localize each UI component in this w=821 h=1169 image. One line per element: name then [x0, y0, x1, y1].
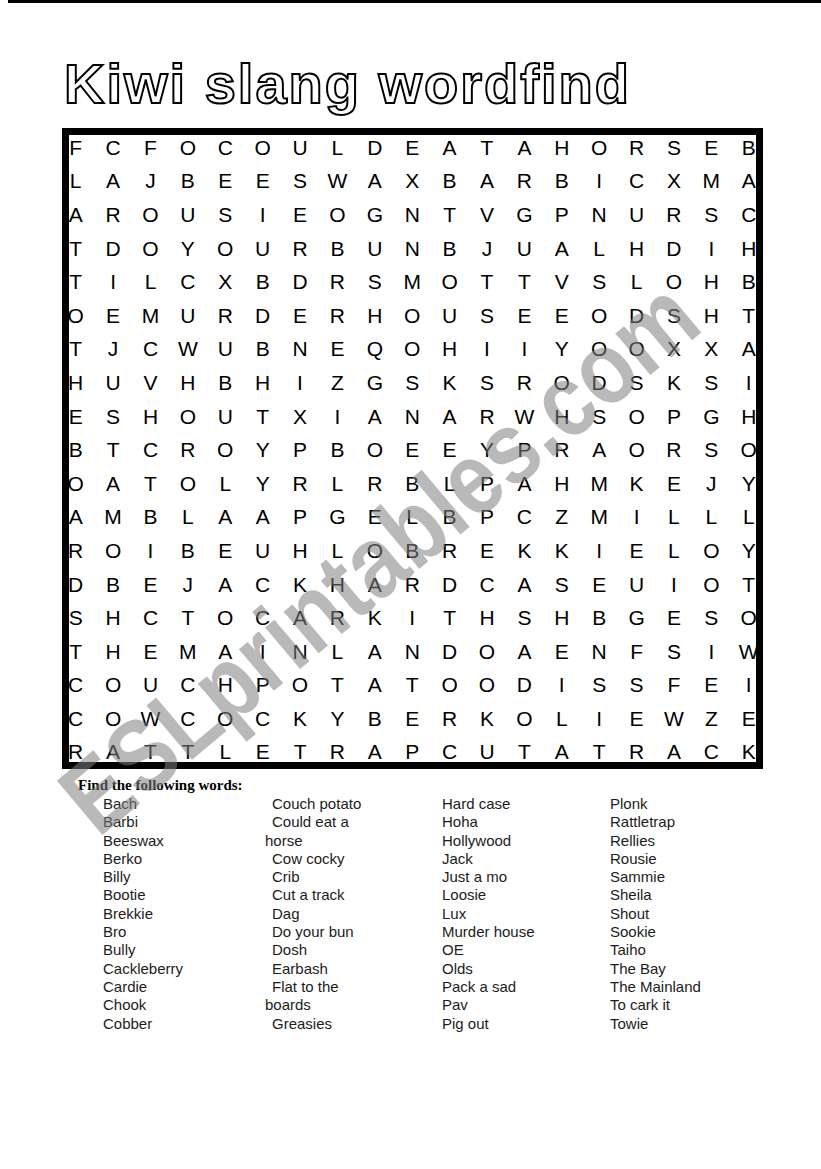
word-item: Pig out [442, 1015, 535, 1033]
grid-cell-r14c7: K [281, 568, 318, 602]
grid-cell-r11c17: E [655, 467, 692, 501]
grid-cell-r16c15: N [580, 635, 617, 669]
grid-cell-r3c7: E [281, 198, 318, 232]
grid-cell-r5c5: X [207, 265, 244, 299]
grid-cell-r2c8: W [319, 165, 356, 199]
grid-cell-r16c3: E [132, 635, 169, 669]
grid-cell-r7c6: B [244, 333, 281, 367]
word-item: Couch potato [265, 795, 361, 813]
grid-cell-r11c19: Y [730, 467, 767, 501]
grid-cell-r14c18: O [693, 568, 730, 602]
grid-cell-r6c4: U [169, 299, 206, 333]
worksheet-page: Kiwi slang wordfind FCFOCOULDEATAHORSEBL… [0, 0, 821, 1169]
grid-cell-r13c4: B [169, 534, 206, 568]
grid-cell-r13c5: E [207, 534, 244, 568]
word-item: Barbi [103, 813, 183, 831]
grid-cell-r8c16: S [618, 366, 655, 400]
grid-cell-r8c13: R [506, 366, 543, 400]
grid-cell-r9c18: G [693, 400, 730, 434]
grid-cell-r5c8: R [319, 265, 356, 299]
grid-cell-r17c2: O [94, 669, 131, 703]
grid-cell-r18c2: O [94, 702, 131, 736]
grid-cell-r9c12: R [468, 400, 505, 434]
grid-cell-r17c16: S [618, 669, 655, 703]
grid-cell-r16c6: I [244, 635, 281, 669]
grid-cell-r8c1: H [57, 366, 94, 400]
grid-cell-r4c2: D [94, 232, 131, 266]
grid-cell-r4c1: T [57, 232, 94, 266]
grid-cell-r11c7: R [281, 467, 318, 501]
grid-cell-r10c12: Y [468, 433, 505, 467]
grid-cell-r17c18: E [693, 669, 730, 703]
grid-cell-r3c6: I [244, 198, 281, 232]
page-title: Kiwi slang wordfind [64, 56, 631, 112]
grid-cell-r5c12: T [468, 265, 505, 299]
grid-cell-r12c12: P [468, 501, 505, 535]
grid-cell-r17c15: S [580, 669, 617, 703]
word-item: Crib [265, 868, 361, 886]
grid-cell-r12c1: A [57, 501, 94, 535]
grid-cell-r17c3: U [132, 669, 169, 703]
grid-cell-r15c13: S [506, 601, 543, 635]
grid-cell-r1c7: U [281, 131, 318, 165]
grid-cell-r5c7: D [281, 265, 318, 299]
grid-cell-r4c14: A [543, 232, 580, 266]
grid-cell-r18c10: E [394, 702, 431, 736]
word-item: Brekkie [103, 905, 183, 923]
grid-cell-r10c8: B [319, 433, 356, 467]
grid-cell-r4c9: U [356, 232, 393, 266]
grid-cell-r13c16: E [618, 534, 655, 568]
grid-cell-r1c17: S [655, 131, 692, 165]
grid-cell-r9c15: S [580, 400, 617, 434]
grid-cell-r7c2: J [94, 333, 131, 367]
grid-cell-r1c1: F [57, 131, 94, 165]
grid-cell-r13c18: O [693, 534, 730, 568]
grid-cell-r3c16: U [618, 198, 655, 232]
grid-cell-r16c18: I [693, 635, 730, 669]
word-item: Bro [103, 923, 183, 941]
grid-cell-r19c16: R [618, 736, 655, 770]
grid-cell-r14c4: J [169, 568, 206, 602]
grid-cell-r12c3: B [132, 501, 169, 535]
word-item: Rousie [610, 850, 701, 868]
grid-cell-r16c5: A [207, 635, 244, 669]
grid-cell-r6c5: R [207, 299, 244, 333]
grid-cell-r15c11: T [431, 601, 468, 635]
grid-cell-r12c19: L [730, 501, 767, 535]
word-item: Dag [265, 905, 361, 923]
grid-cell-r12c9: E [356, 501, 393, 535]
grid-cell-r17c9: A [356, 669, 393, 703]
grid-cell-r11c6: Y [244, 467, 281, 501]
grid-cell-r7c1: T [57, 333, 94, 367]
grid-cell-r5c15: S [580, 265, 617, 299]
grid-cell-r4c12: J [468, 232, 505, 266]
grid-cell-r2c17: X [655, 165, 692, 199]
grid-cell-r12c4: L [169, 501, 206, 535]
grid-cell-r7c14: Y [543, 333, 580, 367]
grid-cell-r2c10: X [394, 165, 431, 199]
grid-cell-r15c8: R [319, 601, 356, 635]
grid-cell-r5c17: O [655, 265, 692, 299]
grid-cell-r14c19: T [730, 568, 767, 602]
grid-cell-r12c11: B [431, 501, 468, 535]
grid-cell-r13c1: R [57, 534, 94, 568]
word-column-3: Hard caseHohaHollywoodJackJust a moLoosi… [442, 795, 535, 1033]
grid-cell-r11c15: M [580, 467, 617, 501]
grid-cell-r4c16: H [618, 232, 655, 266]
grid-cell-r13c9: O [356, 534, 393, 568]
grid-cell-r8c9: G [356, 366, 393, 400]
word-item-continuation: horse [265, 832, 361, 850]
grid-cell-r11c2: A [94, 467, 131, 501]
grid-cell-r3c5: S [207, 198, 244, 232]
word-item: Bach [103, 795, 183, 813]
grid-cell-r18c13: O [506, 702, 543, 736]
grid-cell-r19c8: R [319, 736, 356, 770]
grid-cell-r4c11: B [431, 232, 468, 266]
word-item: Greasies [265, 1015, 361, 1033]
grid-cell-r16c7: N [281, 635, 318, 669]
grid-cell-r19c3: T [132, 736, 169, 770]
grid-cell-r8c11: K [431, 366, 468, 400]
grid-cell-r3c3: O [132, 198, 169, 232]
grid-cell-r2c12: A [468, 165, 505, 199]
grid-cell-r9c3: H [132, 400, 169, 434]
grid-cell-r6c12: S [468, 299, 505, 333]
grid-cell-r3c2: R [94, 198, 131, 232]
grid-cell-r13c6: U [244, 534, 281, 568]
grid-cell-r15c1: S [57, 601, 94, 635]
word-item: Just a mo [442, 868, 535, 886]
grid-cell-r2c1: L [57, 165, 94, 199]
word-item: Berko [103, 850, 183, 868]
grid-cell-r8c17: K [655, 366, 692, 400]
page-top-rule [8, 0, 821, 3]
grid-cell-r8c18: S [693, 366, 730, 400]
grid-cell-r3c4: U [169, 198, 206, 232]
word-item: Pav [442, 996, 535, 1014]
grid-cell-r10c7: P [281, 433, 318, 467]
grid-cell-r15c14: H [543, 601, 580, 635]
grid-cell-r16c19: W [730, 635, 767, 669]
grid-cell-r18c14: L [543, 702, 580, 736]
grid-cell-r6c2: E [94, 299, 131, 333]
grid-cell-r9c2: S [94, 400, 131, 434]
grid-cell-r10c19: O [730, 433, 767, 467]
word-item: Pack a sad [442, 978, 535, 996]
grid-cell-r14c6: C [244, 568, 281, 602]
word-item: Sookie [610, 923, 701, 941]
word-item: Cow cocky [265, 850, 361, 868]
grid-cell-r13c12: E [468, 534, 505, 568]
grid-cell-r19c18: C [693, 736, 730, 770]
grid-cell-r9c11: A [431, 400, 468, 434]
word-item: Cardie [103, 978, 183, 996]
grid-cell-r7c9: Q [356, 333, 393, 367]
grid-cell-r4c3: O [132, 232, 169, 266]
grid-cell-r5c10: M [394, 265, 431, 299]
word-item: Olds [442, 960, 535, 978]
word-item: OE [442, 941, 535, 959]
grid-cell-r8c19: I [730, 366, 767, 400]
grid-cell-r14c5: A [207, 568, 244, 602]
grid-cell-r1c4: O [169, 131, 206, 165]
word-item: Cobber [103, 1015, 183, 1033]
word-item: Bully [103, 941, 183, 959]
grid-cell-r2c6: E [244, 165, 281, 199]
word-item: Bootie [103, 886, 183, 904]
grid-cell-r6c15: O [580, 299, 617, 333]
grid-cell-r6c8: R [319, 299, 356, 333]
grid-cell-r5c11: O [431, 265, 468, 299]
grid-cell-r19c17: A [655, 736, 692, 770]
grid-cell-r17c19: I [730, 669, 767, 703]
grid-cell-r11c8: L [319, 467, 356, 501]
grid-cell-r4c4: Y [169, 232, 206, 266]
grid-cell-r13c7: H [281, 534, 318, 568]
grid-cell-r9c17: P [655, 400, 692, 434]
grid-cell-r2c4: B [169, 165, 206, 199]
grid-cell-r15c16: G [618, 601, 655, 635]
grid-cell-r8c5: B [207, 366, 244, 400]
grid-cell-r5c9: S [356, 265, 393, 299]
grid-cell-r3c1: A [57, 198, 94, 232]
grid-cell-r17c14: I [543, 669, 580, 703]
grid-cell-r13c17: L [655, 534, 692, 568]
word-column-1: BachBarbiBeeswaxBerkoBillyBootieBrekkieB… [103, 795, 183, 1033]
grid-cell-r9c5: U [207, 400, 244, 434]
grid-cell-r11c5: L [207, 467, 244, 501]
grid-cell-r18c16: E [618, 702, 655, 736]
word-item: Dosh [265, 941, 361, 959]
grid-cell-r14c15: E [580, 568, 617, 602]
grid-cell-r17c17: F [655, 669, 692, 703]
grid-cell-r1c5: C [207, 131, 244, 165]
word-item: Cut a track [265, 886, 361, 904]
grid-cell-r9c9: A [356, 400, 393, 434]
word-item: Cackleberry [103, 960, 183, 978]
grid-cell-r7c5: U [207, 333, 244, 367]
grid-cell-r3c18: S [693, 198, 730, 232]
grid-cell-r16c13: A [506, 635, 543, 669]
grid-cell-r18c11: R [431, 702, 468, 736]
grid-cell-r19c7: T [281, 736, 318, 770]
grid-cell-r6c18: H [693, 299, 730, 333]
grid-cell-r19c10: P [394, 736, 431, 770]
grid-cell-r1c3: F [132, 131, 169, 165]
grid-cell-r16c9: A [356, 635, 393, 669]
grid-cell-r12c14: Z [543, 501, 580, 535]
grid-cell-r14c12: C [468, 568, 505, 602]
grid-cell-r14c2: B [94, 568, 131, 602]
grid-cell-r17c1: C [57, 669, 94, 703]
grid-cell-r19c2: A [94, 736, 131, 770]
grid-cell-r9c13: W [506, 400, 543, 434]
grid-cell-r3c19: C [730, 198, 767, 232]
grid-cell-r14c14: S [543, 568, 580, 602]
grid-cell-r7c17: X [655, 333, 692, 367]
grid-cell-r4c13: U [506, 232, 543, 266]
grid-cell-r8c14: O [543, 366, 580, 400]
grid-cell-r2c16: C [618, 165, 655, 199]
grid-cell-r16c4: M [169, 635, 206, 669]
grid-cell-r11c14: H [543, 467, 580, 501]
grid-cell-r2c14: B [543, 165, 580, 199]
grid-cell-r2c7: S [281, 165, 318, 199]
word-column-4: PlonkRattletrapRelliesRousieSammieSheila… [610, 795, 701, 1033]
grid-cell-r2c13: R [506, 165, 543, 199]
grid-cell-r18c12: K [468, 702, 505, 736]
grid-cell-r10c15: A [580, 433, 617, 467]
grid-cell-r12c8: G [319, 501, 356, 535]
grid-cell-r2c5: E [207, 165, 244, 199]
grid-cell-r5c6: B [244, 265, 281, 299]
word-item: Beeswax [103, 832, 183, 850]
word-item: Towie [610, 1015, 701, 1033]
grid-cell-r19c6: E [244, 736, 281, 770]
grid-cell-r15c3: C [132, 601, 169, 635]
word-item: The Mainland [610, 978, 701, 996]
grid-cell-r17c4: C [169, 669, 206, 703]
word-item: Flat to the [265, 978, 361, 996]
grid-cell-r11c12: P [468, 467, 505, 501]
word-item: Sheila [610, 886, 701, 904]
grid-cell-r2c9: A [356, 165, 393, 199]
grid-cell-r6c13: E [506, 299, 543, 333]
grid-cell-r13c2: O [94, 534, 131, 568]
word-item: The Bay [610, 960, 701, 978]
grid-cell-r4c17: D [655, 232, 692, 266]
grid-cell-r4c8: B [319, 232, 356, 266]
grid-cell-r17c10: T [394, 669, 431, 703]
grid-cell-r4c5: O [207, 232, 244, 266]
word-item: Loosie [442, 886, 535, 904]
grid-cell-r12c5: A [207, 501, 244, 535]
grid-cell-r1c18: E [693, 131, 730, 165]
grid-cell-r9c4: O [169, 400, 206, 434]
grid-cell-r18c18: Z [693, 702, 730, 736]
word-item: Hollywood [442, 832, 535, 850]
grid-cell-r14c16: U [618, 568, 655, 602]
grid-cell-r17c7: O [281, 669, 318, 703]
grid-cell-r18c8: Y [319, 702, 356, 736]
grid-cell-r16c12: O [468, 635, 505, 669]
grid-cell-r3c11: T [431, 198, 468, 232]
grid-cell-r12c13: C [506, 501, 543, 535]
grid-cell-r19c11: C [431, 736, 468, 770]
grid-cell-r1c12: T [468, 131, 505, 165]
grid-cell-r2c19: A [730, 165, 767, 199]
grid-cell-r10c11: E [431, 433, 468, 467]
grid-cell-r9c10: N [394, 400, 431, 434]
grid-cell-r15c17: E [655, 601, 692, 635]
grid-cell-r10c1: B [57, 433, 94, 467]
grid-cell-r18c5: O [207, 702, 244, 736]
grid-cell-r4c10: N [394, 232, 431, 266]
grid-cell-r17c6: P [244, 669, 281, 703]
grid-cell-r15c6: C [244, 601, 281, 635]
grid-cell-r10c10: E [394, 433, 431, 467]
grid-cell-r16c17: S [655, 635, 692, 669]
grid-cell-r1c11: A [431, 131, 468, 165]
word-item: Rellies [610, 832, 701, 850]
grid-cell-r14c8: H [319, 568, 356, 602]
grid-cell-r13c3: I [132, 534, 169, 568]
grid-cell-r19c14: A [543, 736, 580, 770]
grid-cell-r18c4: C [169, 702, 206, 736]
grid-cell-r7c3: C [132, 333, 169, 367]
grid-cell-r11c1: O [57, 467, 94, 501]
grid-cell-r6c7: E [281, 299, 318, 333]
grid-cell-r10c6: Y [244, 433, 281, 467]
grid-cell-r14c3: E [132, 568, 169, 602]
word-item: Taiho [610, 941, 701, 959]
grid-cell-r12c16: I [618, 501, 655, 535]
grid-cell-r16c16: F [618, 635, 655, 669]
grid-cell-r8c15: D [580, 366, 617, 400]
grid-cell-r7c16: O [618, 333, 655, 367]
grid-cell-r4c15: L [580, 232, 617, 266]
grid-cell-r5c13: T [506, 265, 543, 299]
grid-cell-r12c2: M [94, 501, 131, 535]
grid-cell-r12c10: L [394, 501, 431, 535]
grid-cell-r12c17: L [655, 501, 692, 535]
grid-cell-r11c10: B [394, 467, 431, 501]
grid-cell-r10c13: P [506, 433, 543, 467]
grid-cell-r8c6: H [244, 366, 281, 400]
grid-cell-r19c5: L [207, 736, 244, 770]
grid-cell-r15c4: T [169, 601, 206, 635]
grid-cell-r16c1: T [57, 635, 94, 669]
grid-cell-r7c15: O [580, 333, 617, 367]
grid-cell-r9c6: T [244, 400, 281, 434]
grid-cell-r1c8: L [319, 131, 356, 165]
word-item: Shout [610, 905, 701, 923]
grid-cell-r14c13: A [506, 568, 543, 602]
grid-cell-r1c13: A [506, 131, 543, 165]
grid-cell-r3c8: O [319, 198, 356, 232]
grid-cell-r12c18: L [693, 501, 730, 535]
grid-cell-r6c9: H [356, 299, 393, 333]
grid-cell-r19c4: T [169, 736, 206, 770]
grid-cell-r3c13: G [506, 198, 543, 232]
grid-cell-r16c2: H [94, 635, 131, 669]
grid-cell-r9c8: I [319, 400, 356, 434]
grid-cell-r19c19: K [730, 736, 767, 770]
grid-cell-r18c19: E [730, 702, 767, 736]
grid-cell-r14c10: R [394, 568, 431, 602]
grid-cell-r15c15: B [580, 601, 617, 635]
grid-cell-r2c18: M [693, 165, 730, 199]
grid-cell-r16c14: E [543, 635, 580, 669]
word-item: Earbash [265, 960, 361, 978]
grid-cell-r6c16: D [618, 299, 655, 333]
grid-cell-r10c9: O [356, 433, 393, 467]
grid-cell-r8c2: U [94, 366, 131, 400]
grid-cell-r1c16: R [618, 131, 655, 165]
grid-cell-r10c5: O [207, 433, 244, 467]
grid-cell-r10c2: T [94, 433, 131, 467]
grid-cell-r18c15: I [580, 702, 617, 736]
grid-cell-r8c7: I [281, 366, 318, 400]
grid-cell-r13c15: I [580, 534, 617, 568]
grid-cell-r1c10: E [394, 131, 431, 165]
grid-cell-r2c15: I [580, 165, 617, 199]
word-item: Chook [103, 996, 183, 1014]
grid-cell-r1c2: C [94, 131, 131, 165]
